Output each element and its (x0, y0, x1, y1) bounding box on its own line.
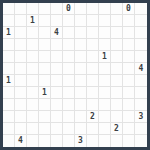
cell-r5-c2[interactable] (27, 63, 39, 75)
cell-r8-c3[interactable] (39, 99, 51, 111)
cell-r5-c3[interactable] (39, 63, 51, 75)
cell-r0-c0[interactable] (3, 3, 15, 15)
cell-r3-c10[interactable] (123, 39, 135, 51)
cell-r0-c6[interactable] (75, 3, 87, 15)
cell-r5-c4[interactable] (51, 63, 63, 75)
cell-r6-c2[interactable] (27, 75, 39, 87)
cell-r10-c0[interactable] (3, 123, 15, 135)
cell-r11-c4[interactable] (51, 135, 63, 147)
cell-r10-c8[interactable] (99, 123, 111, 135)
cell-r4-c10[interactable] (123, 51, 135, 63)
cell-r0-c2[interactable] (27, 3, 39, 15)
cell-r0-c4[interactable] (51, 3, 63, 15)
cell-r9-c0[interactable] (3, 111, 15, 123)
cell-r1-c6[interactable] (75, 15, 87, 27)
cell-r9-c11-clue[interactable]: 3 (135, 111, 147, 123)
cell-r4-c6[interactable] (75, 51, 87, 63)
cell-r7-c4[interactable] (51, 87, 63, 99)
cell-r9-c9[interactable] (111, 111, 123, 123)
cell-r11-c3[interactable] (39, 135, 51, 147)
cell-r3-c4[interactable] (51, 39, 63, 51)
cell-r2-c6[interactable] (75, 27, 87, 39)
cell-r6-c1[interactable] (15, 75, 27, 87)
cell-r1-c8[interactable] (99, 15, 111, 27)
cell-r9-c3[interactable] (39, 111, 51, 123)
cell-r1-c0[interactable] (3, 15, 15, 27)
cell-r6-c11[interactable] (135, 75, 147, 87)
cell-r8-c0[interactable] (3, 99, 15, 111)
cell-r2-c0-clue[interactable]: 1 (3, 27, 15, 39)
cell-r0-c7[interactable] (87, 3, 99, 15)
cell-r1-c4[interactable] (51, 15, 63, 27)
cell-r11-c5[interactable] (63, 135, 75, 147)
cell-r4-c5[interactable] (63, 51, 75, 63)
cell-r8-c8[interactable] (99, 99, 111, 111)
cell-r11-c6-clue[interactable]: 3 (75, 135, 87, 147)
cell-r2-c7[interactable] (87, 27, 99, 39)
cell-r3-c11[interactable] (135, 39, 147, 51)
cell-r4-c2[interactable] (27, 51, 39, 63)
cell-r3-c7[interactable] (87, 39, 99, 51)
cell-r11-c1-clue[interactable]: 4 (15, 135, 27, 147)
cell-r9-c8[interactable] (99, 111, 111, 123)
cell-r11-c2[interactable] (27, 135, 39, 147)
cell-r8-c4[interactable] (51, 99, 63, 111)
cell-r7-c0[interactable] (3, 87, 15, 99)
cell-r6-c8[interactable] (99, 75, 111, 87)
cell-r9-c10[interactable] (123, 111, 135, 123)
cell-r8-c2[interactable] (27, 99, 39, 111)
cell-r1-c3[interactable] (39, 15, 51, 27)
cell-r9-c4[interactable] (51, 111, 63, 123)
cell-r8-c10[interactable] (123, 99, 135, 111)
cell-r2-c4-clue[interactable]: 4 (51, 27, 63, 39)
cell-r6-c10[interactable] (123, 75, 135, 87)
cell-r6-c6[interactable] (75, 75, 87, 87)
cell-r0-c1[interactable] (15, 3, 27, 15)
cell-r4-c8-clue[interactable]: 1 (99, 51, 111, 63)
cell-r2-c9[interactable] (111, 27, 123, 39)
cell-r8-c7[interactable] (87, 99, 99, 111)
cell-r10-c1[interactable] (15, 123, 27, 135)
cell-r6-c3[interactable] (39, 75, 51, 87)
cell-r5-c6[interactable] (75, 63, 87, 75)
cell-r1-c1[interactable] (15, 15, 27, 27)
cell-r4-c1[interactable] (15, 51, 27, 63)
cell-r3-c9[interactable] (111, 39, 123, 51)
cell-r5-c8[interactable] (99, 63, 111, 75)
cell-r2-c1[interactable] (15, 27, 27, 39)
cell-r10-c4[interactable] (51, 123, 63, 135)
cell-r2-c5[interactable] (63, 27, 75, 39)
cell-r10-c9-clue[interactable]: 2 (111, 123, 123, 135)
cell-r9-c6[interactable] (75, 111, 87, 123)
cell-r7-c8[interactable] (99, 87, 111, 99)
cell-r7-c11[interactable] (135, 87, 147, 99)
cell-r11-c9[interactable] (111, 135, 123, 147)
cell-r4-c11[interactable] (135, 51, 147, 63)
cell-r2-c8[interactable] (99, 27, 111, 39)
cell-r6-c4[interactable] (51, 75, 63, 87)
cell-r5-c11-clue[interactable]: 4 (135, 63, 147, 75)
cell-r0-c3[interactable] (39, 3, 51, 15)
cell-r7-c1[interactable] (15, 87, 27, 99)
cell-r6-c7[interactable] (87, 75, 99, 87)
cell-r8-c11[interactable] (135, 99, 147, 111)
cell-r7-c10[interactable] (123, 87, 135, 99)
cell-r10-c7[interactable] (87, 123, 99, 135)
cell-r7-c2[interactable] (27, 87, 39, 99)
cell-r9-c1[interactable] (15, 111, 27, 123)
cell-r2-c3[interactable] (39, 27, 51, 39)
cell-r7-c3-clue[interactable]: 1 (39, 87, 51, 99)
cell-r10-c10[interactable] (123, 123, 135, 135)
cell-r1-c9[interactable] (111, 15, 123, 27)
cell-r1-c5[interactable] (63, 15, 75, 27)
cell-r5-c5[interactable] (63, 63, 75, 75)
puzzle-board: 00114141123243 (0, 0, 150, 150)
cell-r6-c5[interactable] (63, 75, 75, 87)
cell-r5-c0[interactable] (3, 63, 15, 75)
cell-r11-c8[interactable] (99, 135, 111, 147)
cell-r4-c3[interactable] (39, 51, 51, 63)
cell-r1-c10[interactable] (123, 15, 135, 27)
cell-r4-c4[interactable] (51, 51, 63, 63)
cell-r9-c7-clue[interactable]: 2 (87, 111, 99, 123)
cell-r10-c3[interactable] (39, 123, 51, 135)
cell-r2-c11[interactable] (135, 27, 147, 39)
cell-r0-c11[interactable] (135, 3, 147, 15)
cell-r10-c5[interactable] (63, 123, 75, 135)
cell-r10-c2[interactable] (27, 123, 39, 135)
cell-r9-c5[interactable] (63, 111, 75, 123)
cell-r11-c0[interactable] (3, 135, 15, 147)
cell-r8-c6[interactable] (75, 99, 87, 111)
cell-r0-c9[interactable] (111, 3, 123, 15)
cell-r3-c6[interactable] (75, 39, 87, 51)
cell-r6-c9[interactable] (111, 75, 123, 87)
cell-r11-c7[interactable] (87, 135, 99, 147)
cell-r7-c9[interactable] (111, 87, 123, 99)
cell-r5-c7[interactable] (87, 63, 99, 75)
cell-r4-c7[interactable] (87, 51, 99, 63)
cell-r3-c0[interactable] (3, 39, 15, 51)
cell-r8-c5[interactable] (63, 99, 75, 111)
cell-r7-c6[interactable] (75, 87, 87, 99)
cell-r1-c7[interactable] (87, 15, 99, 27)
cell-r4-c9[interactable] (111, 51, 123, 63)
cell-r10-c6[interactable] (75, 123, 87, 135)
cell-r5-c9[interactable] (111, 63, 123, 75)
cell-r3-c3[interactable] (39, 39, 51, 51)
cell-r3-c1[interactable] (15, 39, 27, 51)
cell-r11-c11[interactable] (135, 135, 147, 147)
cell-r0-c10-clue[interactable]: 0 (123, 3, 135, 15)
cell-r3-c5[interactable] (63, 39, 75, 51)
cell-r0-c8[interactable] (99, 3, 111, 15)
cell-r2-c10[interactable] (123, 27, 135, 39)
cell-r9-c2[interactable] (27, 111, 39, 123)
cell-r8-c1[interactable] (15, 99, 27, 111)
cell-r10-c11[interactable] (135, 123, 147, 135)
cell-r5-c1[interactable] (15, 63, 27, 75)
cell-r1-c2-clue[interactable]: 1 (27, 15, 39, 27)
cell-r6-c0-clue[interactable]: 1 (3, 75, 15, 87)
cell-r0-c5-clue[interactable]: 0 (63, 3, 75, 15)
cell-r1-c11[interactable] (135, 15, 147, 27)
cell-r4-c0[interactable] (3, 51, 15, 63)
cell-r11-c10[interactable] (123, 135, 135, 147)
cell-r7-c5[interactable] (63, 87, 75, 99)
cell-r3-c8[interactable] (99, 39, 111, 51)
cell-r2-c2[interactable] (27, 27, 39, 39)
cell-r7-c7[interactable] (87, 87, 99, 99)
cell-r5-c10[interactable] (123, 63, 135, 75)
cell-r3-c2[interactable] (27, 39, 39, 51)
cell-r8-c9[interactable] (111, 99, 123, 111)
